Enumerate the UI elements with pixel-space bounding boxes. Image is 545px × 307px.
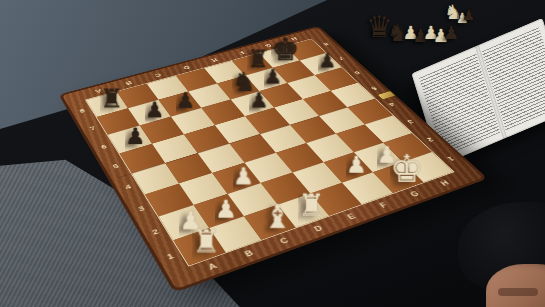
piece-white-R-a1: ♜ (192, 227, 221, 259)
piece-black-P-e6: ♟ (249, 91, 268, 112)
piece-white-P-f2: ♟ (346, 154, 367, 177)
piece-black-P-b7: ♟ (145, 99, 164, 121)
piece-black-P-c7: ♟ (176, 91, 195, 112)
piece-white-P-b2: ♟ (215, 197, 237, 222)
video-frame: ♛♞♟♟♟♟♟ ♞♟♟ ABCDEFGH ABCDEFGH 87654321 8… (0, 0, 545, 307)
piece-white-B-c1: ♝ (263, 200, 293, 233)
piece-white-K-g1: ♚ (390, 150, 424, 188)
piece-white-R-d1: ♜ (298, 191, 325, 221)
square-b5[interactable] (152, 134, 198, 163)
piece-black-P-a6: ♟ (125, 126, 145, 148)
piece-black-P-f7: ♟ (264, 67, 282, 87)
piece-white-P-c3: ♟ (233, 164, 254, 188)
